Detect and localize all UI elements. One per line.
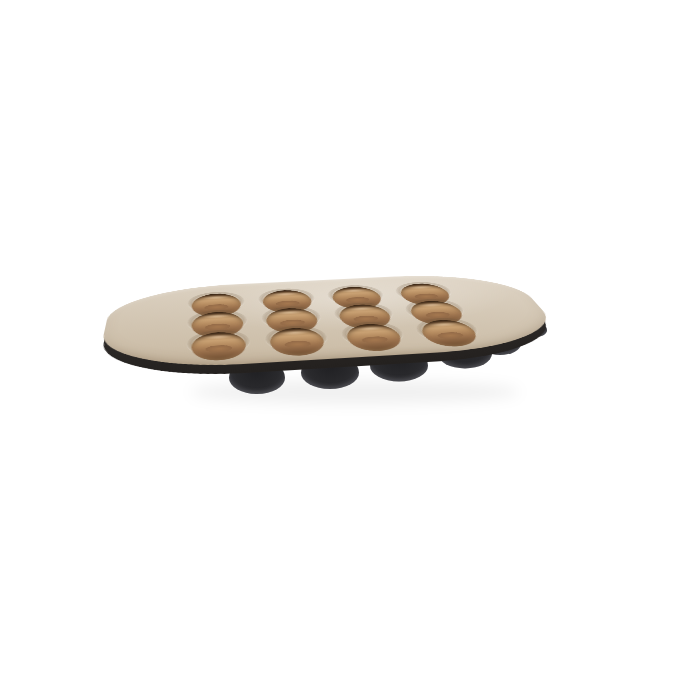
muffin-cup [337, 303, 390, 323]
muffin-cup [263, 289, 311, 307]
muffin-pan-top [95, 271, 573, 373]
muffin-cup [418, 319, 476, 340]
product-photo-muffin-pan [0, 0, 700, 700]
pan-top-layer [0, 0, 700, 700]
muffin-cup [331, 286, 381, 304]
muffin-cup [266, 307, 316, 327]
muffin-cup [407, 300, 462, 319]
muffin-cup [193, 293, 239, 311]
muffin-cup [193, 331, 244, 354]
muffin-cup [397, 283, 449, 300]
muffin-cup [270, 327, 323, 349]
muffin-cup [193, 311, 241, 331]
muffin-cup [344, 323, 400, 345]
